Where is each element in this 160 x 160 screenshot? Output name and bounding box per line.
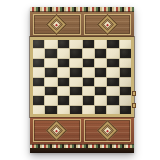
board-square-r4c5[interactable] bbox=[83, 68, 94, 76]
top-panel-right-section bbox=[84, 14, 132, 35]
board-square-r3c3[interactable] bbox=[58, 59, 69, 67]
board-square-r4c6[interactable] bbox=[95, 68, 106, 76]
board-square-r1c1[interactable] bbox=[33, 40, 44, 48]
board-square-r3c4[interactable] bbox=[70, 59, 81, 67]
board-square-r5c7[interactable] bbox=[107, 78, 118, 86]
board-square-r3c2[interactable] bbox=[45, 59, 56, 67]
board-square-r4c1[interactable] bbox=[33, 68, 44, 76]
board-square-r7c7[interactable] bbox=[107, 96, 118, 104]
board-square-r6c7[interactable] bbox=[107, 87, 118, 95]
board-square-r8c8[interactable] bbox=[120, 106, 131, 114]
board-square-r1c3[interactable] bbox=[58, 40, 69, 48]
checkerboard-frame bbox=[30, 37, 134, 117]
bottom-wood-panel bbox=[30, 117, 134, 144]
medallion-core bbox=[102, 20, 112, 30]
board-square-r4c7[interactable] bbox=[107, 68, 118, 76]
board-square-r4c8[interactable] bbox=[120, 68, 131, 76]
top-panel-left-section bbox=[33, 14, 81, 35]
board-square-r8c3[interactable] bbox=[58, 106, 69, 114]
board-square-r1c2[interactable] bbox=[45, 40, 56, 48]
bottom-panel-left-section bbox=[33, 119, 81, 142]
board-square-r5c8[interactable] bbox=[120, 78, 131, 86]
medallion-accent-dot bbox=[106, 23, 109, 26]
board-square-r2c6[interactable] bbox=[95, 49, 106, 57]
board-square-r5c3[interactable] bbox=[58, 78, 69, 86]
board-square-r8c6[interactable] bbox=[95, 106, 106, 114]
top-wood-panel bbox=[30, 12, 134, 37]
board-square-r5c4[interactable] bbox=[70, 78, 81, 86]
board-square-r7c1[interactable] bbox=[33, 96, 44, 104]
board-square-r8c4[interactable] bbox=[70, 106, 81, 114]
diamond-inlay-medallion bbox=[97, 120, 118, 141]
board-square-r3c7[interactable] bbox=[107, 59, 118, 67]
bottom-panel-right-section bbox=[84, 119, 132, 142]
board-square-r2c3[interactable] bbox=[58, 49, 69, 57]
board-square-r7c3[interactable] bbox=[58, 96, 69, 104]
board-square-r7c4[interactable] bbox=[70, 96, 81, 104]
medallion-core bbox=[52, 126, 62, 136]
board-square-r3c8[interactable] bbox=[120, 59, 131, 67]
board-square-r6c1[interactable] bbox=[33, 87, 44, 95]
board-square-r6c4[interactable] bbox=[70, 87, 81, 95]
board-square-r1c5[interactable] bbox=[83, 40, 94, 48]
board-square-r3c1[interactable] bbox=[33, 59, 44, 67]
medallion-core bbox=[52, 20, 62, 30]
medallion-accent-dot bbox=[106, 129, 109, 132]
diamond-inlay-medallion bbox=[97, 14, 118, 35]
board-square-r2c1[interactable] bbox=[33, 49, 44, 57]
board-square-r2c7[interactable] bbox=[107, 49, 118, 57]
board-square-r8c7[interactable] bbox=[107, 106, 118, 114]
board-square-r6c6[interactable] bbox=[95, 87, 106, 95]
board-square-r2c4[interactable] bbox=[70, 49, 81, 57]
board-square-r7c2[interactable] bbox=[45, 96, 56, 104]
board-square-r4c2[interactable] bbox=[45, 68, 56, 76]
board-square-r8c2[interactable] bbox=[45, 106, 56, 114]
diamond-inlay-medallion bbox=[46, 14, 67, 35]
board-square-r2c2[interactable] bbox=[45, 49, 56, 57]
board-square-r4c3[interactable] bbox=[58, 68, 69, 76]
medallion-core bbox=[102, 126, 112, 136]
right-edge-clasp bbox=[132, 91, 136, 96]
board-square-r3c5[interactable] bbox=[83, 59, 94, 67]
board-square-r5c6[interactable] bbox=[95, 78, 106, 86]
photo-background bbox=[0, 0, 160, 160]
board-square-r1c4[interactable] bbox=[70, 40, 81, 48]
medallion-accent-dot bbox=[55, 129, 58, 132]
board-square-r6c5[interactable] bbox=[83, 87, 94, 95]
medallion-accent-dot bbox=[55, 23, 58, 26]
right-edge-clasp bbox=[132, 103, 136, 108]
board-square-r1c8[interactable] bbox=[120, 40, 131, 48]
board-square-r7c8[interactable] bbox=[120, 96, 131, 104]
board-square-r2c5[interactable] bbox=[83, 49, 94, 57]
game-board bbox=[30, 7, 134, 153]
board-square-r5c1[interactable] bbox=[33, 78, 44, 86]
board-square-r4c4[interactable] bbox=[70, 68, 81, 76]
board-square-r6c2[interactable] bbox=[45, 87, 56, 95]
board-square-r3c6[interactable] bbox=[95, 59, 106, 67]
diamond-inlay-medallion bbox=[46, 120, 67, 141]
board-square-r1c6[interactable] bbox=[95, 40, 106, 48]
board-square-r5c5[interactable] bbox=[83, 78, 94, 86]
board-square-r7c6[interactable] bbox=[95, 96, 106, 104]
board-square-r8c5[interactable] bbox=[83, 106, 94, 114]
board-square-r6c8[interactable] bbox=[120, 87, 131, 95]
board-square-r2c8[interactable] bbox=[120, 49, 131, 57]
board-square-r1c7[interactable] bbox=[107, 40, 118, 48]
checkerboard-grid bbox=[33, 40, 131, 114]
board-square-r5c2[interactable] bbox=[45, 78, 56, 86]
board-square-r6c3[interactable] bbox=[58, 87, 69, 95]
bottom-dark-edge bbox=[30, 148, 134, 153]
board-square-r8c1[interactable] bbox=[33, 106, 44, 114]
board-square-r7c5[interactable] bbox=[83, 96, 94, 104]
